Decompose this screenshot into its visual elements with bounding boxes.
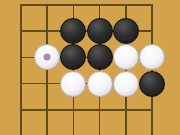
board-intersection-r5c0[interactable] xyxy=(8,123,34,135)
board-intersection-r0c0[interactable] xyxy=(8,0,34,18)
board-intersection-r4c4[interactable] xyxy=(113,97,139,123)
board-intersection-r0c4[interactable] xyxy=(113,0,139,18)
board-intersection-r5c5[interactable] xyxy=(139,123,165,135)
board-intersection-r2c0[interactable] xyxy=(8,44,34,70)
board-intersection-r0c3[interactable] xyxy=(87,0,113,18)
stone-black xyxy=(87,44,113,70)
board-intersection-r4c3[interactable] xyxy=(87,97,113,123)
last-move-marker xyxy=(44,54,51,61)
board-intersection-r4c0[interactable] xyxy=(8,97,34,123)
board-intersection-r3c1[interactable] xyxy=(34,71,60,97)
board-intersection-r3c0[interactable] xyxy=(8,71,34,97)
board-intersection-r4c5[interactable] xyxy=(139,97,165,123)
board-intersection-r4c2[interactable] xyxy=(60,97,86,123)
go-board xyxy=(0,0,180,135)
stone-white xyxy=(113,44,139,70)
stone-black xyxy=(87,18,113,44)
stone-white xyxy=(87,71,113,97)
board-intersection-r1c1[interactable] xyxy=(34,18,60,44)
board-intersection-r0c5[interactable] xyxy=(139,0,165,18)
board-intersection-r5c3[interactable] xyxy=(87,123,113,135)
board-intersection-r4c1[interactable] xyxy=(34,97,60,123)
board-intersection-r5c4[interactable] xyxy=(113,123,139,135)
board-intersection-r0c1[interactable] xyxy=(34,0,60,18)
stone-black xyxy=(139,71,165,97)
board-intersection-r0c2[interactable] xyxy=(60,0,86,18)
board-intersection-r1c0[interactable] xyxy=(8,18,34,44)
stone-white xyxy=(113,71,139,97)
stone-white xyxy=(60,71,86,97)
board-intersection-r5c2[interactable] xyxy=(60,123,86,135)
stone-black xyxy=(113,18,139,44)
board-intersection-r1c5[interactable] xyxy=(139,18,165,44)
board-intersection-r5c1[interactable] xyxy=(34,123,60,135)
